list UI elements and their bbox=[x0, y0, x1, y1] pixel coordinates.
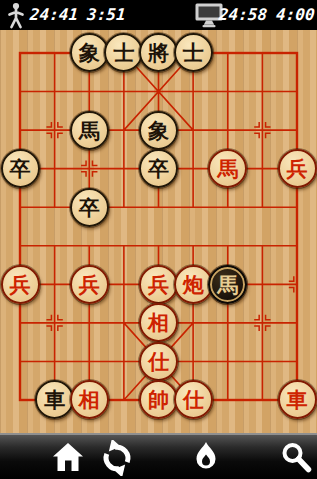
home-icon bbox=[50, 440, 86, 476]
home-button[interactable] bbox=[50, 440, 86, 476]
person-icon bbox=[6, 2, 26, 29]
piece-black-advisor[interactable]: 士 bbox=[174, 33, 213, 72]
piece-black-chariot[interactable]: 車 bbox=[35, 380, 74, 419]
computer-clock: 24:58 4:00 bbox=[219, 5, 316, 24]
flame-button[interactable] bbox=[188, 440, 224, 476]
refresh-icon bbox=[99, 440, 135, 476]
app-screen: 24:41 3:51 24:58 4:00 象士將士馬象卒卒馬兵卒兵兵兵炮馬相仕… bbox=[0, 0, 317, 479]
search-icon bbox=[278, 440, 314, 476]
xiangqi-board[interactable]: 象士將士馬象卒卒馬兵卒兵兵兵炮馬相仕車相帥仕車 bbox=[0, 30, 317, 433]
computer-time: 24:58 bbox=[219, 5, 269, 24]
piece-grid: 象士將士馬象卒卒馬兵卒兵兵兵炮馬相仕車相帥仕車 bbox=[3, 34, 315, 419]
piece-black-advisor[interactable]: 士 bbox=[104, 33, 143, 72]
status-bar: 24:41 3:51 24:58 4:00 bbox=[0, 0, 317, 30]
piece-black-soldier[interactable]: 卒 bbox=[139, 149, 178, 188]
piece-red-horse[interactable]: 馬 bbox=[208, 149, 247, 188]
flame-icon bbox=[188, 440, 224, 476]
piece-black-elephant[interactable]: 象 bbox=[70, 33, 109, 72]
refresh-button[interactable] bbox=[99, 440, 135, 476]
piece-red-chariot[interactable]: 車 bbox=[278, 380, 317, 419]
piece-black-elephant[interactable]: 象 bbox=[139, 111, 178, 150]
piece-black-general[interactable]: 將 bbox=[139, 33, 178, 72]
bottom-toolbar bbox=[0, 433, 317, 479]
piece-red-cannon[interactable]: 炮 bbox=[174, 265, 213, 304]
piece-red-soldier[interactable]: 兵 bbox=[1, 265, 40, 304]
player-time: 24:41 bbox=[29, 5, 79, 24]
piece-red-soldier[interactable]: 兵 bbox=[139, 265, 178, 304]
player-move-time: 3:51 bbox=[87, 5, 127, 24]
piece-red-advisor[interactable]: 仕 bbox=[174, 380, 213, 419]
piece-red-advisor[interactable]: 仕 bbox=[139, 342, 178, 381]
piece-red-soldier[interactable]: 兵 bbox=[278, 149, 317, 188]
piece-red-elephant[interactable]: 相 bbox=[70, 380, 109, 419]
computer-move-time: 4:00 bbox=[276, 5, 316, 24]
search-button[interactable] bbox=[278, 440, 314, 476]
piece-black-soldier[interactable]: 卒 bbox=[1, 149, 40, 188]
piece-red-general[interactable]: 帥 bbox=[139, 380, 178, 419]
piece-black-horse[interactable]: 馬 bbox=[208, 265, 247, 304]
piece-red-elephant[interactable]: 相 bbox=[139, 303, 178, 342]
piece-red-soldier[interactable]: 兵 bbox=[70, 265, 109, 304]
piece-black-horse[interactable]: 馬 bbox=[70, 111, 109, 150]
piece-black-soldier[interactable]: 卒 bbox=[70, 188, 109, 227]
player-clock: 24:41 3:51 bbox=[29, 5, 126, 24]
